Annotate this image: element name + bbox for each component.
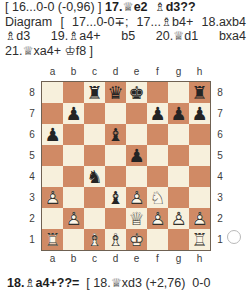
file-labels-bottom: abcdefgh (42, 253, 210, 264)
rank-label-5-right: 5 (214, 145, 226, 166)
notation-line-4[interactable]: 21.♕xa4+ ♔f8 ] (5, 44, 246, 59)
white-pawn-piece: ♙ (128, 187, 144, 208)
square-f7[interactable]: ♟ (147, 103, 168, 124)
black-pawn-piece: ♟ (65, 103, 81, 124)
file-label-h-bottom: h (189, 253, 210, 264)
file-label-h-top: h (189, 66, 210, 77)
white-to-move-indicator (227, 230, 241, 244)
square-d3[interactable]: ♝ (105, 187, 126, 208)
rank-label-3-right: 3 (214, 187, 226, 208)
white-bishop-piece: ♗ (86, 229, 102, 250)
square-d7[interactable] (105, 103, 126, 124)
white-pawn-piece: ♙ (191, 208, 207, 229)
file-label-b-bottom: b (63, 253, 84, 264)
square-b7[interactable]: ♟ (63, 103, 84, 124)
square-a6[interactable]: ♟ (42, 124, 63, 145)
notation-line-3[interactable]: ♗d3 19.♗a4+ b5 20.♕d1 bxa4 (5, 29, 246, 44)
notation-bottom: 18.♗a4+??= [ 18.♕xd3 (+2,76) 0-0 (7, 276, 247, 291)
square-d8[interactable]: ♛ (105, 82, 126, 103)
white-rook-piece: ♖ (44, 229, 60, 250)
square-h3[interactable] (189, 187, 210, 208)
square-h7[interactable]: ♟ (189, 103, 210, 124)
square-b8[interactable] (63, 82, 84, 103)
rank-label-1-left: 1 (26, 229, 38, 250)
rank-label-4-right: 4 (214, 166, 226, 187)
square-f5[interactable] (147, 145, 168, 166)
square-b4[interactable] (63, 166, 84, 187)
square-a4[interactable] (42, 166, 63, 187)
square-e7[interactable] (126, 103, 147, 124)
white-pawn-piece: ♙ (65, 208, 81, 229)
square-f8[interactable] (147, 82, 168, 103)
square-e8[interactable]: ♚ (126, 82, 147, 103)
notation-move-text[interactable]: [ 16...0-0 (-0,96) ] (5, 0, 105, 14)
file-label-d-top: d (105, 66, 126, 77)
file-label-e-bottom: e (126, 253, 147, 264)
square-g7[interactable]: ♟ (168, 103, 189, 124)
rank-label-7-left: 7 (26, 103, 38, 124)
square-g6[interactable] (168, 124, 189, 145)
rank-label-2-right: 2 (214, 208, 226, 229)
square-h4[interactable] (189, 166, 210, 187)
square-c3[interactable] (84, 187, 105, 208)
rank-label-3-left: 3 (26, 187, 38, 208)
square-b2[interactable]: ♙ (63, 208, 84, 229)
black-pawn-piece: ♟ (170, 103, 186, 124)
square-g2[interactable]: ♙ (168, 208, 189, 229)
square-g1[interactable] (168, 229, 189, 250)
file-label-a-top: a (42, 66, 63, 77)
square-d1[interactable]: ♗ (105, 229, 126, 250)
square-h6[interactable] (189, 124, 210, 145)
square-e5[interactable]: ♟ (126, 145, 147, 166)
chess-board[interactable]: ♜♛♚♜♟♟♟♟♟♝♟♞♙♝♙♘♙♕♙♙♙♖♗♗♔♖ (41, 81, 211, 251)
black-pawn-piece: ♟ (191, 103, 207, 124)
file-label-c-top: c (84, 66, 105, 77)
square-b5[interactable] (63, 145, 84, 166)
black-pawn-piece: ♟ (44, 124, 60, 145)
file-labels-top: abcdefgh (42, 66, 210, 77)
white-pawn-piece: ♙ (44, 187, 60, 208)
rank-label-4-left: 4 (26, 166, 38, 187)
square-a1[interactable]: ♖ (42, 229, 63, 250)
square-e2[interactable]: ♕ (126, 208, 147, 229)
square-f6[interactable] (147, 124, 168, 145)
file-label-g-top: g (168, 66, 189, 77)
black-pawn-piece: ♟ (128, 145, 144, 166)
notation-mainline-move[interactable]: 17.♕e2 ♗d3?? (105, 0, 196, 14)
file-label-b-top: b (63, 66, 84, 77)
square-g8[interactable] (168, 82, 189, 103)
file-label-d-bottom: d (105, 253, 126, 264)
file-label-e-top: e (126, 66, 147, 77)
rank-label-6-left: 6 (26, 124, 38, 145)
black-queen-piece: ♛ (107, 82, 123, 103)
square-c7[interactable] (84, 103, 105, 124)
file-label-f-top: f (147, 66, 168, 77)
square-e6[interactable] (126, 124, 147, 145)
rank-label-8-right: 8 (214, 82, 226, 103)
square-d4[interactable] (105, 166, 126, 187)
square-h8[interactable]: ♜ (189, 82, 210, 103)
white-queen-piece: ♕ (128, 208, 144, 229)
square-a8[interactable] (42, 82, 63, 103)
square-g4[interactable] (168, 166, 189, 187)
notation-line-1[interactable]: [ 16...0-0 (-0,96) ] 17.♕e2 ♗d3?? (5, 0, 246, 15)
square-d2[interactable] (105, 208, 126, 229)
square-e1[interactable]: ♔ (126, 229, 147, 250)
square-h5[interactable] (189, 145, 210, 166)
file-label-c-bottom: c (84, 253, 105, 264)
rank-label-6-right: 6 (214, 124, 226, 145)
square-c8[interactable]: ♜ (84, 82, 105, 103)
white-bishop-piece: ♗ (107, 229, 123, 250)
square-d6[interactable]: ♝ (105, 124, 126, 145)
square-a7[interactable] (42, 103, 63, 124)
white-pawn-piece: ♙ (170, 208, 186, 229)
notation-mainline-move[interactable]: 18.♗a4+??= (7, 276, 79, 290)
black-king-piece: ♚ (128, 82, 144, 103)
rank-label-2-left: 2 (26, 208, 38, 229)
square-c1[interactable]: ♗ (84, 229, 105, 250)
square-a5[interactable] (42, 145, 63, 166)
black-knight-piece: ♞ (86, 166, 102, 187)
black-rook-piece: ♜ (86, 82, 102, 103)
notation-variation-text[interactable]: [ 18.♕xd3 (+2,76) 0-0 (79, 276, 210, 290)
square-f4[interactable] (147, 166, 168, 187)
square-a3[interactable]: ♙ (42, 187, 63, 208)
file-label-f-bottom: f (147, 253, 168, 264)
black-bishop-piece: ♝ (107, 187, 123, 208)
square-b1[interactable] (63, 229, 84, 250)
rank-labels-right: 87654321 (214, 82, 226, 250)
white-knight-piece: ♘ (149, 187, 165, 208)
square-e3[interactable]: ♙ (126, 187, 147, 208)
black-rook-piece: ♜ (191, 82, 207, 103)
file-label-g-bottom: g (168, 253, 189, 264)
square-e4[interactable] (126, 166, 147, 187)
rank-label-8-left: 8 (26, 82, 38, 103)
notation-line-2[interactable]: Diagram [ 17...0-0∓; 17...♗b4+ 18.axb4 (5, 15, 246, 30)
square-g3[interactable] (168, 187, 189, 208)
square-c5[interactable] (84, 145, 105, 166)
rank-label-1-right: 1 (214, 229, 226, 250)
rank-label-5-left: 5 (26, 145, 38, 166)
square-a2[interactable] (42, 208, 63, 229)
square-b6[interactable] (63, 124, 84, 145)
file-label-a-bottom: a (42, 253, 63, 264)
black-bishop-piece: ♝ (107, 124, 123, 145)
notation-top: [ 16...0-0 (-0,96) ] 17.♕e2 ♗d3?? Diagra… (5, 0, 246, 58)
square-c6[interactable] (84, 124, 105, 145)
rank-labels-left: 87654321 (26, 82, 38, 250)
white-rook-piece: ♖ (191, 229, 207, 250)
white-king-piece: ♔ (128, 229, 144, 250)
rank-label-7-right: 7 (214, 103, 226, 124)
white-pawn-piece: ♙ (149, 208, 165, 229)
square-g5[interactable] (168, 145, 189, 166)
square-h2[interactable]: ♙ (189, 208, 210, 229)
square-f1[interactable] (147, 229, 168, 250)
black-pawn-piece: ♟ (149, 103, 165, 124)
square-b3[interactable] (63, 187, 84, 208)
square-f2[interactable]: ♙ (147, 208, 168, 229)
square-h1[interactable]: ♖ (189, 229, 210, 250)
square-c4[interactable]: ♞ (84, 166, 105, 187)
square-d5[interactable] (105, 145, 126, 166)
square-f3[interactable]: ♘ (147, 187, 168, 208)
square-c2[interactable] (84, 208, 105, 229)
chess-notation-diagram-pane: [ 16...0-0 (-0,96) ] 17.♕e2 ♗d3?? Diagra… (0, 0, 248, 300)
